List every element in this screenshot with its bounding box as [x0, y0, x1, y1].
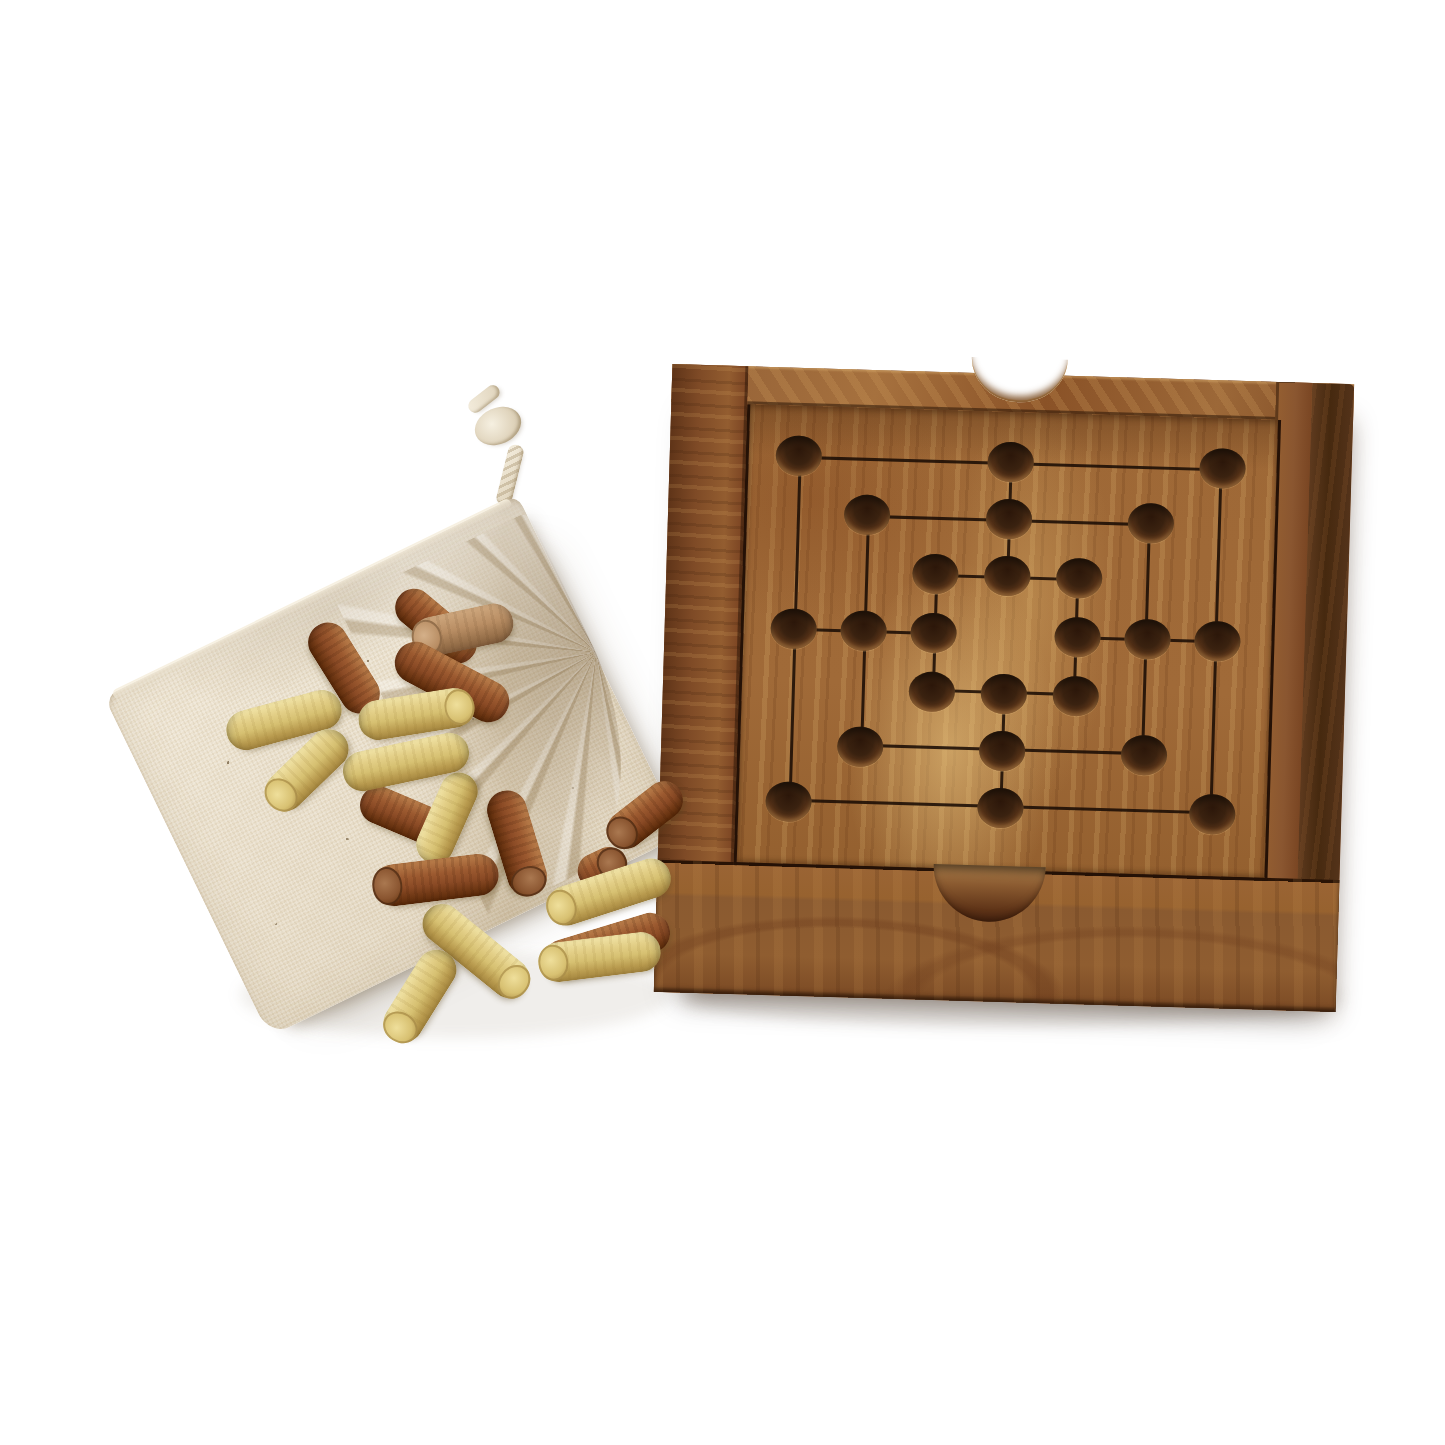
- game-box: [654, 364, 1354, 1012]
- morris-grid: [789, 456, 1223, 814]
- board-point-a1[interactable]: [765, 781, 812, 822]
- board-point-d1[interactable]: [977, 787, 1024, 828]
- drawstring-cord-stem: [495, 443, 526, 507]
- board-lid: [734, 404, 1281, 881]
- board-point-g1[interactable]: [1189, 794, 1236, 835]
- board-point-g4[interactable]: [1194, 621, 1241, 662]
- board-point-g7[interactable]: [1199, 448, 1246, 489]
- product-photo-scene: Wooden Nine Men's Morris (Mill) travel g…: [0, 0, 1445, 1445]
